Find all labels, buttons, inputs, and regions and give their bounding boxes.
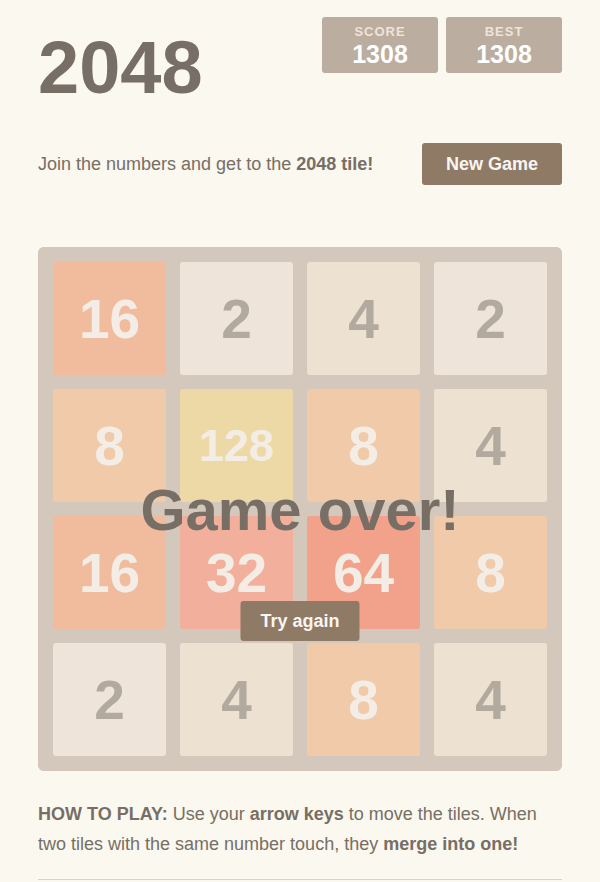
header: 2048 SCORE 1308 BEST 1308 <box>38 17 562 107</box>
intro-text-plain: Join the numbers and get to the <box>38 154 296 174</box>
how-to-play-label: HOW TO PLAY: <box>38 804 168 824</box>
best-value: 1308 <box>458 40 550 68</box>
game-board: 16 2 4 2 8 128 8 4 16 32 64 8 2 4 8 4 Ga… <box>38 247 562 771</box>
how-to-play-part3: arrow keys <box>250 804 344 824</box>
page-title: 2048 <box>38 17 203 107</box>
footer-divider <box>38 879 562 880</box>
best-box: BEST 1308 <box>446 17 562 73</box>
score-box: SCORE 1308 <box>322 17 438 73</box>
intro-text-bold: 2048 tile! <box>296 154 373 174</box>
try-again-button[interactable]: Try again <box>240 601 359 641</box>
above-game-row: Join the numbers and get to the 2048 til… <box>38 125 562 203</box>
score-label: SCORE <box>334 25 426 39</box>
game-over-overlay: Game over! Try again <box>38 247 562 771</box>
score-value: 1308 <box>334 40 426 68</box>
best-label: BEST <box>458 25 550 39</box>
how-to-play-part5: merge into one! <box>383 834 518 854</box>
scores-container: SCORE 1308 BEST 1308 <box>322 17 562 73</box>
intro-text: Join the numbers and get to the 2048 til… <box>38 143 373 185</box>
page-container: 2048 SCORE 1308 BEST 1308 Join the numbe… <box>38 0 562 880</box>
how-to-play-text: HOW TO PLAY: Use your arrow keys to move… <box>38 799 562 859</box>
new-game-button[interactable]: New Game <box>422 143 562 185</box>
game-over-message: Game over! <box>140 476 459 543</box>
how-to-play-part2: Use your <box>168 804 250 824</box>
